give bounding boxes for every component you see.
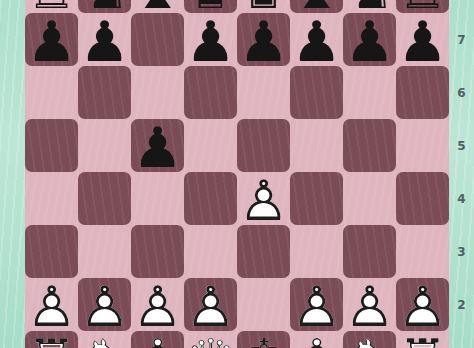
piece-white-rook-a1[interactable]: ♜♖	[25, 331, 78, 348]
square-f4[interactable]	[290, 172, 343, 225]
square-d3[interactable]	[184, 225, 237, 278]
piece-white-bishop-c1[interactable]: ♝♗	[131, 331, 184, 348]
white-bishop-outline-glyph: ♗	[291, 331, 341, 348]
square-b5[interactable]	[78, 119, 131, 172]
square-f1[interactable]: ♝♗	[290, 331, 343, 348]
white-rook-outline-glyph: ♖	[26, 331, 76, 348]
square-b7[interactable]: ♟	[78, 13, 131, 66]
square-h6[interactable]	[396, 66, 449, 119]
square-e4[interactable]: ♟♙	[237, 172, 290, 225]
rank-label-3: 3	[449, 225, 474, 278]
square-c8[interactable]: ♝	[131, 0, 184, 13]
square-g5[interactable]	[343, 119, 396, 172]
square-c2[interactable]: ♟♙	[131, 278, 184, 331]
square-g3[interactable]	[343, 225, 396, 278]
piece-black-pawn-f7[interactable]: ♟	[290, 13, 343, 66]
white-king-outline-glyph: ♔	[238, 331, 288, 348]
square-g6[interactable]	[343, 66, 396, 119]
piece-white-pawn-d2[interactable]: ♟♙	[184, 278, 237, 331]
square-d6[interactable]	[184, 66, 237, 119]
piece-white-knight-g1[interactable]: ♞♘	[343, 331, 396, 348]
rank-label-4: 4	[449, 172, 474, 225]
square-e2[interactable]	[237, 278, 290, 331]
square-d7[interactable]: ♟	[184, 13, 237, 66]
black-pawn-glyph: ♟	[26, 13, 76, 69]
square-c3[interactable]	[131, 225, 184, 278]
piece-black-pawn-e7[interactable]: ♟	[237, 13, 290, 66]
square-h7[interactable]: ♟	[396, 13, 449, 66]
white-knight-outline-glyph: ♘	[344, 331, 394, 348]
piece-black-bishop-c8[interactable]: ♝	[131, 0, 184, 13]
square-e3[interactable]	[237, 225, 290, 278]
white-queen-outline-glyph: ♕	[185, 331, 235, 348]
square-h3[interactable]	[396, 225, 449, 278]
square-e1[interactable]: ♚♔	[237, 331, 290, 348]
white-pawn-outline-glyph: ♙	[238, 172, 288, 228]
piece-black-pawn-h7[interactable]: ♟	[396, 13, 449, 66]
board-margin-left	[0, 0, 25, 348]
black-pawn-glyph: ♟	[185, 13, 235, 69]
square-d5[interactable]	[184, 119, 237, 172]
square-a3[interactable]	[25, 225, 78, 278]
square-f3[interactable]	[290, 225, 343, 278]
square-h4[interactable]	[396, 172, 449, 225]
rank-label-5: 5	[449, 119, 474, 172]
piece-white-king-e1[interactable]: ♚♔	[237, 331, 290, 348]
rank-label-7: 7	[449, 13, 474, 66]
square-h2[interactable]: ♟♙	[396, 278, 449, 331]
square-c7[interactable]	[131, 13, 184, 66]
black-pawn-glyph: ♟	[397, 13, 447, 69]
piece-black-pawn-d7[interactable]: ♟	[184, 13, 237, 66]
square-e6[interactable]	[237, 66, 290, 119]
square-a5[interactable]	[25, 119, 78, 172]
piece-white-pawn-g2[interactable]: ♟♙	[343, 278, 396, 331]
square-d4[interactable]	[184, 172, 237, 225]
square-a6[interactable]	[25, 66, 78, 119]
piece-black-pawn-b7[interactable]: ♟	[78, 13, 131, 66]
square-a1[interactable]: ♜♖	[25, 331, 78, 348]
square-g2[interactable]: ♟♙	[343, 278, 396, 331]
white-rook-outline-glyph: ♖	[397, 331, 447, 348]
square-e7[interactable]: ♟	[237, 13, 290, 66]
square-a7[interactable]: ♟	[25, 13, 78, 66]
square-b6[interactable]	[78, 66, 131, 119]
board-margin-right: 765432	[449, 0, 474, 348]
piece-white-pawn-f2[interactable]: ♟♙	[290, 278, 343, 331]
piece-white-pawn-h2[interactable]: ♟♙	[396, 278, 449, 331]
rank-label-2: 2	[449, 278, 474, 331]
black-pawn-glyph: ♟	[79, 13, 129, 69]
square-g4[interactable]	[343, 172, 396, 225]
piece-white-pawn-b2[interactable]: ♟♙	[78, 278, 131, 331]
square-e5[interactable]	[237, 119, 290, 172]
rank-label-6: 6	[449, 66, 474, 119]
square-f6[interactable]	[290, 66, 343, 119]
piece-white-queen-d1[interactable]: ♛♕	[184, 331, 237, 348]
piece-white-pawn-e4[interactable]: ♟♙	[237, 172, 290, 225]
piece-white-bishop-f1[interactable]: ♝♗	[290, 331, 343, 348]
square-a2[interactable]: ♟♙	[25, 278, 78, 331]
square-b1[interactable]: ♞♘	[78, 331, 131, 348]
piece-black-pawn-c5[interactable]: ♟	[131, 119, 184, 172]
square-f5[interactable]	[290, 119, 343, 172]
square-b3[interactable]	[78, 225, 131, 278]
piece-white-pawn-a2[interactable]: ♟♙	[25, 278, 78, 331]
square-g1[interactable]: ♞♘	[343, 331, 396, 348]
black-pawn-glyph: ♟	[238, 13, 288, 69]
square-d1[interactable]: ♛♕	[184, 331, 237, 348]
white-knight-outline-glyph: ♘	[79, 331, 129, 348]
chess-app-viewport: ♜♞♝♛♚♝♞♜♟♟♟♟♟♟♟♟♟♙♟♙♟♙♟♙♟♙♟♙♟♙♟♙♜♖♞♘♝♗♛♕…	[0, 0, 474, 348]
square-c1[interactable]: ♝♗	[131, 331, 184, 348]
black-pawn-glyph: ♟	[291, 13, 341, 69]
chess-board: ♜♞♝♛♚♝♞♜♟♟♟♟♟♟♟♟♟♙♟♙♟♙♟♙♟♙♟♙♟♙♟♙♜♖♞♘♝♗♛♕…	[25, 0, 449, 348]
square-b2[interactable]: ♟♙	[78, 278, 131, 331]
square-a4[interactable]	[25, 172, 78, 225]
square-d2[interactable]: ♟♙	[184, 278, 237, 331]
square-c5[interactable]: ♟	[131, 119, 184, 172]
piece-white-rook-h1[interactable]: ♜♖	[396, 331, 449, 348]
square-h5[interactable]	[396, 119, 449, 172]
square-b4[interactable]	[78, 172, 131, 225]
black-pawn-glyph: ♟	[344, 13, 394, 69]
piece-white-pawn-c2[interactable]: ♟♙	[131, 278, 184, 331]
piece-black-pawn-g7[interactable]: ♟	[343, 13, 396, 66]
black-pawn-glyph: ♟	[132, 119, 182, 175]
square-h1[interactable]: ♜♖	[396, 331, 449, 348]
piece-white-knight-b1[interactable]: ♞♘	[78, 331, 131, 348]
square-f2[interactable]: ♟♙	[290, 278, 343, 331]
piece-black-pawn-a7[interactable]: ♟	[25, 13, 78, 66]
square-f7[interactable]: ♟	[290, 13, 343, 66]
square-c4[interactable]	[131, 172, 184, 225]
square-c6[interactable]	[131, 66, 184, 119]
square-g7[interactable]: ♟	[343, 13, 396, 66]
white-bishop-outline-glyph: ♗	[132, 331, 182, 348]
